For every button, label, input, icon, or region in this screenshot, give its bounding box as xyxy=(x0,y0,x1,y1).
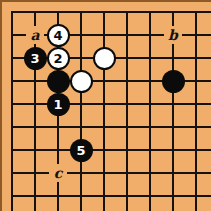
move-4-white-stone: 4 xyxy=(47,24,70,47)
move-1-black-stone: 1 xyxy=(47,93,70,116)
grid-line-horizontal xyxy=(11,103,211,105)
grid-line-vertical xyxy=(11,11,13,211)
grid-line-vertical xyxy=(103,11,105,211)
white-stone xyxy=(93,47,116,70)
move-number: 4 xyxy=(53,29,62,42)
point-label-text: a xyxy=(30,28,39,42)
black-stone xyxy=(47,70,70,93)
grid-line-horizontal xyxy=(11,11,211,13)
move-number: 3 xyxy=(30,52,39,65)
grid-line-vertical xyxy=(126,11,128,211)
move-number: 1 xyxy=(53,98,62,111)
move-number: 5 xyxy=(76,144,85,157)
black-stone xyxy=(162,70,185,93)
grid-line-vertical xyxy=(195,11,197,211)
grid-line-horizontal xyxy=(11,172,211,174)
point-label-text: c xyxy=(54,166,63,180)
move-number: 2 xyxy=(53,52,62,65)
point-label-b: b xyxy=(164,26,182,44)
move-3-black-stone: 3 xyxy=(24,47,47,70)
move-5-black-stone: 5 xyxy=(70,139,93,162)
grid-line-vertical xyxy=(149,11,151,211)
grid-line-horizontal xyxy=(11,126,211,128)
grid-line-horizontal xyxy=(11,149,211,151)
go-board-diagram: abc43215 xyxy=(0,0,211,211)
point-label-a: a xyxy=(26,26,44,44)
point-label-c: c xyxy=(49,164,67,182)
grid-line-vertical xyxy=(80,11,82,211)
grid-line-horizontal xyxy=(11,195,211,197)
white-stone xyxy=(70,70,93,93)
move-2-white-stone: 2 xyxy=(47,47,70,70)
point-label-text: b xyxy=(168,28,178,42)
